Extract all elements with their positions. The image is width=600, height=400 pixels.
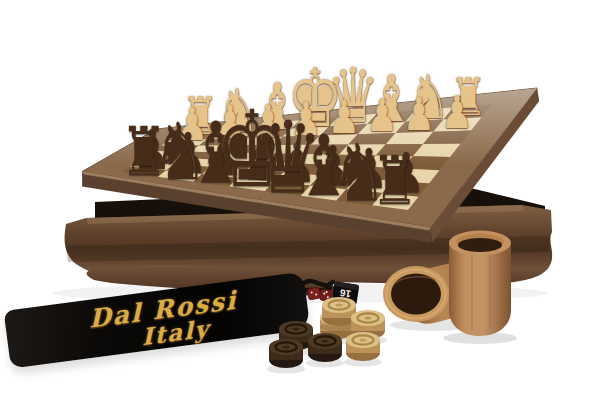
product-photo-stage: ♜♞♝♚♛♝♞♜♟♟♟♟♟♟♟♟♟♟♟♟♟♟♟♟♜♞♝♚♛♝♞♜ 16 Dal …: [0, 0, 600, 400]
checker-dark: [306, 333, 344, 368]
cup-opening: [458, 238, 502, 252]
cup-body: [449, 243, 511, 336]
checker-light: [344, 332, 382, 367]
checker-dark: [267, 339, 305, 374]
accessory-front-layer: [0, 0, 600, 400]
